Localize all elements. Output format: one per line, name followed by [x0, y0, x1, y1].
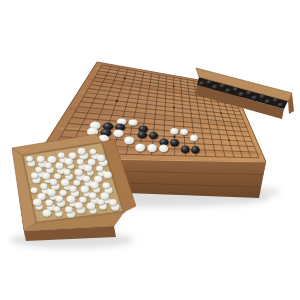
black-stone [149, 132, 158, 139]
tray-stone-white [90, 181, 99, 189]
tray-stone-white [45, 162, 52, 168]
tray-stone-white [50, 179, 58, 185]
tray-stone-white [37, 156, 45, 163]
tray-stone-white [75, 202, 83, 209]
tray-stone-white [79, 196, 87, 202]
tray-stone-white [47, 189, 56, 196]
go-set-photo [0, 0, 300, 300]
star-point [173, 85, 175, 87]
tray-stone-white [97, 154, 105, 161]
tray-stone-white [63, 169, 70, 175]
stone-highlight [172, 141, 175, 143]
tray-stone-white [73, 180, 80, 186]
white-stone [128, 119, 137, 126]
star-point [173, 107, 175, 109]
white-stone [113, 129, 123, 137]
tray-stone-black [199, 81, 205, 86]
star-point [220, 112, 222, 114]
tray-stone-white [86, 202, 95, 210]
white-stone [159, 145, 168, 153]
tray-stone-white [100, 192, 109, 199]
tray-stone-white [65, 206, 73, 213]
black-stone [170, 139, 179, 146]
tray-stone-black [273, 98, 279, 103]
tray-stone-black [246, 91, 252, 96]
tray-stone-white [83, 176, 90, 182]
stone-highlight [103, 130, 106, 132]
white-stone [124, 136, 134, 144]
white-stone [135, 143, 145, 151]
stone-highlight [161, 140, 164, 142]
stone-highlight [140, 127, 143, 129]
stone-highlight [151, 133, 154, 135]
tray-stone-white [59, 190, 66, 196]
tray-stone-white [33, 198, 42, 206]
tray-stone-white [35, 167, 42, 173]
white-stone [170, 128, 178, 134]
tray-stone-black [238, 92, 244, 97]
tray-stone-black [259, 94, 265, 99]
tray-stone-black [225, 88, 231, 93]
tray-stone-white [103, 171, 112, 178]
tray-stone-white [42, 209, 51, 217]
tray-stone-white [89, 192, 97, 199]
tray-stone-white [96, 165, 103, 171]
tray-stone-white [58, 152, 65, 158]
stone-highlight [117, 125, 120, 127]
star-point [124, 77, 126, 79]
tray-stone-black [252, 96, 258, 101]
tray-stone-white [84, 165, 93, 172]
stone-highlight [193, 148, 196, 150]
tray-stone-white [77, 159, 84, 165]
tray-stone-black [265, 99, 271, 104]
tray-stone-white [80, 185, 89, 192]
tray-stone-white [45, 200, 53, 206]
tray-stone-white [69, 185, 77, 191]
tray-stone-white [26, 156, 33, 162]
tray-stone-white [31, 187, 38, 193]
tray-stone-white [54, 173, 61, 179]
black-stone [181, 146, 190, 154]
tray-stone-white [102, 182, 110, 188]
tray-stone-white [90, 149, 97, 155]
white-stone [190, 135, 198, 142]
tray-stone-white [53, 206, 60, 212]
tray-stone-white [78, 148, 86, 155]
tray-stone-white [109, 199, 117, 206]
tray-stone-white [65, 158, 73, 165]
star-point [228, 139, 230, 141]
stone-highlight [183, 147, 186, 149]
go-scene-svg [0, 0, 300, 300]
tray-stone-white [61, 179, 70, 186]
black-stone [191, 146, 199, 154]
tray-stone-black [278, 103, 284, 108]
tray-stone-white [40, 183, 47, 189]
tray-stone-white [55, 162, 63, 169]
tray-stone-white [55, 195, 63, 202]
white-stone [147, 144, 157, 152]
tray-stone-white [67, 195, 76, 203]
black-stone [137, 131, 147, 138]
tray-stone-white [97, 199, 104, 205]
star-point [173, 136, 175, 138]
stone-highlight [139, 133, 142, 135]
tray-stone-white [74, 169, 82, 176]
tray-stone-white [47, 156, 56, 164]
white-stone-tray [12, 134, 136, 241]
white-stone [180, 129, 188, 135]
stone-highlight [105, 124, 108, 126]
tray-stone-white [31, 172, 38, 178]
star-point [116, 100, 119, 103]
tray-stone-white [42, 172, 50, 179]
tray-stone-black [212, 85, 218, 90]
